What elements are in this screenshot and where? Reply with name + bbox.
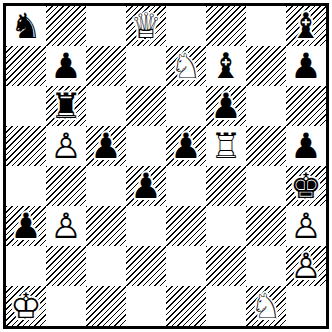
square-d3[interactable] [126,206,166,246]
white-pawn-glyph: ♙ [286,246,326,286]
black-pawn: ♟♟ [166,126,206,166]
square-e1[interactable] [166,286,206,326]
square-a4[interactable] [6,166,46,206]
white-knight: ♞♘ [166,46,206,86]
white-pawn: ♟♙ [286,206,326,246]
chess-board: ♞♞♛♕♝♝♟♟♞♘♝♝♟♟♜♜♟♟♟♙♟♟♟♟♜♖♟♟♟♟♚♚♟♟♟♙♟♙♟♙… [6,6,326,326]
white-knight-glyph: ♘ [166,46,206,86]
black-pawn-glyph: ♟ [286,126,326,166]
square-h2[interactable]: ♟♙ [286,246,326,286]
square-b7[interactable]: ♟♟ [46,46,86,86]
square-c8[interactable] [86,6,126,46]
square-h7[interactable]: ♟♟ [286,46,326,86]
square-c3[interactable] [86,206,126,246]
square-d8[interactable]: ♛♕ [126,6,166,46]
black-king-glyph: ♚ [286,166,326,206]
black-pawn-glyph: ♟ [86,126,126,166]
square-g5[interactable] [246,126,286,166]
square-d7[interactable] [126,46,166,86]
white-rook: ♜♖ [206,126,246,166]
square-g7[interactable] [246,46,286,86]
square-a7[interactable] [6,46,46,86]
square-e6[interactable] [166,86,206,126]
black-rook-glyph: ♜ [46,86,86,126]
white-pawn: ♟♙ [46,126,86,166]
black-pawn-glyph: ♟ [126,166,166,206]
black-pawn: ♟♟ [286,46,326,86]
square-h4[interactable]: ♚♚ [286,166,326,206]
square-f7[interactable]: ♝♝ [206,46,246,86]
square-a6[interactable] [6,86,46,126]
square-c4[interactable] [86,166,126,206]
white-pawn-glyph: ♙ [46,126,86,166]
square-e5[interactable]: ♟♟ [166,126,206,166]
black-pawn-glyph: ♟ [286,46,326,86]
square-b3[interactable]: ♟♙ [46,206,86,246]
black-bishop: ♝♝ [286,6,326,46]
white-knight: ♞♘ [246,286,286,326]
black-bishop: ♝♝ [206,46,246,86]
square-c5[interactable]: ♟♟ [86,126,126,166]
square-d1[interactable] [126,286,166,326]
square-g3[interactable] [246,206,286,246]
square-b6[interactable]: ♜♜ [46,86,86,126]
square-e2[interactable] [166,246,206,286]
square-e3[interactable] [166,206,206,246]
square-d2[interactable] [126,246,166,286]
square-h1[interactable] [286,286,326,326]
square-c2[interactable] [86,246,126,286]
square-a3[interactable]: ♟♟ [6,206,46,246]
square-f1[interactable] [206,286,246,326]
square-g1[interactable]: ♞♘ [246,286,286,326]
white-pawn: ♟♙ [286,246,326,286]
black-pawn: ♟♟ [86,126,126,166]
square-e7[interactable]: ♞♘ [166,46,206,86]
white-pawn-glyph: ♙ [286,206,326,246]
square-b2[interactable] [46,246,86,286]
white-knight-glyph: ♘ [246,286,286,326]
square-g8[interactable] [246,6,286,46]
white-king-glyph: ♔ [6,286,46,326]
square-b8[interactable] [46,6,86,46]
square-c7[interactable] [86,46,126,86]
square-f6[interactable]: ♟♟ [206,86,246,126]
white-queen: ♛♕ [126,6,166,46]
black-bishop-glyph: ♝ [206,46,246,86]
square-f4[interactable] [206,166,246,206]
black-rook: ♜♜ [46,86,86,126]
square-a8[interactable]: ♞♞ [6,6,46,46]
square-b1[interactable] [46,286,86,326]
black-bishop-glyph: ♝ [286,6,326,46]
white-queen-glyph: ♕ [126,6,166,46]
black-knight-glyph: ♞ [6,6,46,46]
white-rook-glyph: ♖ [206,126,246,166]
square-f2[interactable] [206,246,246,286]
square-h3[interactable]: ♟♙ [286,206,326,246]
square-a5[interactable] [6,126,46,166]
square-a2[interactable] [6,246,46,286]
square-g4[interactable] [246,166,286,206]
square-b4[interactable] [46,166,86,206]
black-pawn-glyph: ♟ [206,86,246,126]
black-pawn-glyph: ♟ [166,126,206,166]
white-pawn-glyph: ♙ [46,206,86,246]
black-pawn: ♟♟ [6,206,46,246]
square-h5[interactable]: ♟♟ [286,126,326,166]
square-h6[interactable] [286,86,326,126]
black-pawn: ♟♟ [206,86,246,126]
square-d4[interactable]: ♟♟ [126,166,166,206]
square-g2[interactable] [246,246,286,286]
square-f8[interactable] [206,6,246,46]
black-knight: ♞♞ [6,6,46,46]
square-g6[interactable] [246,86,286,126]
square-c1[interactable] [86,286,126,326]
square-d6[interactable] [126,86,166,126]
square-f3[interactable] [206,206,246,246]
square-f5[interactable]: ♜♖ [206,126,246,166]
black-pawn: ♟♟ [126,166,166,206]
chess-board-frame: ♞♞♛♕♝♝♟♟♞♘♝♝♟♟♜♜♟♟♟♙♟♟♟♟♜♖♟♟♟♟♚♚♟♟♟♙♟♙♟♙… [3,3,329,329]
square-a1[interactable]: ♚♔ [6,286,46,326]
black-king: ♚♚ [286,166,326,206]
square-e8[interactable] [166,6,206,46]
square-b5[interactable]: ♟♙ [46,126,86,166]
white-king: ♚♔ [6,286,46,326]
diagram-margin: ♞♞♛♕♝♝♟♟♞♘♝♝♟♟♜♜♟♟♟♙♟♟♟♟♜♖♟♟♟♟♚♚♟♟♟♙♟♙♟♙… [0,0,332,332]
square-c6[interactable] [86,86,126,126]
black-pawn: ♟♟ [286,126,326,166]
square-h8[interactable]: ♝♝ [286,6,326,46]
square-e4[interactable] [166,166,206,206]
black-pawn-glyph: ♟ [46,46,86,86]
black-pawn: ♟♟ [46,46,86,86]
square-d5[interactable] [126,126,166,166]
black-pawn-glyph: ♟ [6,206,46,246]
white-pawn: ♟♙ [46,206,86,246]
